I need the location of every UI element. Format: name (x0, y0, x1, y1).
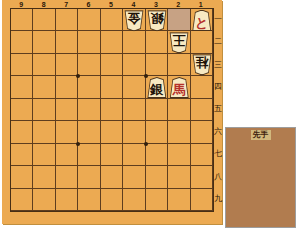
board-square[interactable] (56, 189, 78, 211)
board-square[interactable] (11, 99, 33, 121)
board-square[interactable] (56, 144, 78, 166)
board-square[interactable] (33, 31, 55, 53)
piece-glyph: 銀 (147, 81, 167, 98)
board-square[interactable] (33, 76, 55, 98)
board-square[interactable] (101, 31, 123, 53)
file-label: 5 (100, 0, 122, 8)
board-square[interactable] (168, 121, 190, 143)
board-square[interactable] (78, 166, 100, 188)
board-square[interactable] (33, 9, 55, 31)
file-label: 3 (145, 0, 167, 8)
board-square[interactable] (33, 121, 55, 143)
board-square[interactable] (123, 54, 145, 76)
file-label: 2 (167, 0, 189, 8)
board-square[interactable] (56, 99, 78, 121)
board-square[interactable] (101, 54, 123, 76)
board-square[interactable] (101, 121, 123, 143)
piece-glyph: 金 (124, 10, 144, 27)
board-square[interactable] (56, 76, 78, 98)
sente-hand-label: 先手 (251, 130, 271, 140)
file-label: 8 (32, 0, 54, 8)
board-square[interactable] (191, 31, 213, 53)
board-square[interactable] (11, 144, 33, 166)
shogi-diagram: 987654321 一二三四五六七八九 金銀と王桂銀馬 先手 (0, 0, 300, 230)
board-square[interactable] (101, 189, 123, 211)
file-label: 9 (10, 0, 32, 8)
board-square[interactable] (146, 189, 168, 211)
board-square[interactable] (123, 121, 145, 143)
piece-glyph: 王 (169, 32, 189, 49)
board-square[interactable] (168, 144, 190, 166)
board-square[interactable] (78, 144, 100, 166)
piece-glyph: と (192, 14, 212, 31)
board-square[interactable] (168, 54, 190, 76)
board-square[interactable] (146, 144, 168, 166)
board-grid: 金銀と王桂銀馬 (10, 8, 214, 212)
board-square[interactable] (78, 9, 100, 31)
board-square[interactable] (11, 54, 33, 76)
file-label: 6 (77, 0, 99, 8)
board-square[interactable] (168, 99, 190, 121)
board-square[interactable] (123, 76, 145, 98)
board-square[interactable] (191, 189, 213, 211)
board-square[interactable] (101, 166, 123, 188)
board-square[interactable] (11, 121, 33, 143)
board-square[interactable] (123, 144, 145, 166)
board-square[interactable] (191, 121, 213, 143)
piece-glyph: 桂 (192, 54, 212, 71)
board-square[interactable] (123, 166, 145, 188)
file-label: 4 (122, 0, 144, 8)
board-square[interactable] (78, 54, 100, 76)
board-square[interactable] (123, 189, 145, 211)
board-square[interactable] (123, 99, 145, 121)
board-square[interactable] (56, 54, 78, 76)
board-square[interactable] (11, 166, 33, 188)
board-square[interactable] (56, 166, 78, 188)
sente-promoted-bishop-piece[interactable]: 馬 (169, 77, 189, 98)
sente-silver-piece[interactable]: 銀 (147, 77, 167, 98)
board-square[interactable] (78, 189, 100, 211)
gote-silver-piece[interactable]: 銀 (147, 10, 167, 31)
piece-glyph: 馬 (169, 81, 189, 98)
board-square[interactable] (78, 99, 100, 121)
board-square[interactable] (123, 31, 145, 53)
board-square[interactable] (191, 144, 213, 166)
board-square[interactable] (56, 121, 78, 143)
sente-tokin-piece[interactable]: と (192, 10, 212, 31)
star-point (144, 142, 148, 146)
board-square[interactable] (11, 76, 33, 98)
board-square[interactable] (168, 166, 190, 188)
board-square[interactable] (146, 121, 168, 143)
gote-king-piece[interactable]: 王 (169, 32, 189, 53)
file-labels: 987654321 (10, 0, 212, 8)
board-square[interactable] (33, 144, 55, 166)
board-square[interactable] (146, 31, 168, 53)
board-square[interactable] (78, 121, 100, 143)
board-square[interactable] (146, 99, 168, 121)
board-square[interactable] (191, 99, 213, 121)
board-square[interactable] (11, 31, 33, 53)
board-square[interactable] (168, 189, 190, 211)
board-square[interactable] (168, 9, 190, 31)
board-square[interactable] (101, 76, 123, 98)
board-square[interactable] (11, 189, 33, 211)
piece-glyph: 銀 (147, 10, 167, 27)
board-square[interactable] (78, 31, 100, 53)
board-square[interactable] (101, 99, 123, 121)
board-square[interactable] (56, 31, 78, 53)
board-square[interactable] (33, 54, 55, 76)
board-square[interactable] (101, 144, 123, 166)
shogi-board: 987654321 一二三四五六七八九 金銀と王桂銀馬 (2, 0, 222, 224)
board-square[interactable] (33, 99, 55, 121)
board-square[interactable] (33, 189, 55, 211)
board-square[interactable] (146, 166, 168, 188)
file-label: 7 (55, 0, 77, 8)
board-square[interactable] (78, 76, 100, 98)
board-square[interactable] (191, 166, 213, 188)
board-square[interactable] (146, 54, 168, 76)
file-label: 1 (190, 0, 212, 8)
sente-hand-panel: 先手 (225, 127, 296, 228)
board-square[interactable] (191, 76, 213, 98)
gote-knight-piece[interactable]: 桂 (192, 54, 212, 75)
board-square[interactable] (101, 9, 123, 31)
board-square[interactable] (33, 166, 55, 188)
board-square[interactable] (56, 9, 78, 31)
board-square[interactable] (11, 9, 33, 31)
gote-gold-piece[interactable]: 金 (124, 10, 144, 31)
